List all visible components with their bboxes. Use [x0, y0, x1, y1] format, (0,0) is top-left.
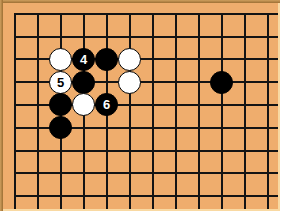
black-stone[interactable]	[49, 116, 72, 139]
grid-line-vertical	[37, 13, 39, 211]
white-stone[interactable]	[118, 71, 141, 94]
white-stone[interactable]	[49, 48, 72, 71]
move-number-label: 6	[103, 98, 110, 111]
board-frame-top	[0, 0, 280, 3]
grid-line-horizontal	[14, 13, 281, 15]
board-frame-right	[278, 0, 280, 211]
go-board[interactable]: 456	[0, 0, 280, 211]
grid-line-vertical	[129, 13, 131, 211]
grid-line-vertical	[244, 13, 246, 211]
grid-line-vertical	[152, 13, 154, 211]
grid-line-horizontal	[14, 172, 281, 174]
black-stone[interactable]	[49, 93, 72, 116]
white-stone[interactable]	[72, 93, 95, 116]
black-stone-move-4[interactable]: 4	[72, 48, 95, 71]
grid-line-horizontal	[14, 36, 281, 38]
grid-line-vertical	[14, 13, 16, 211]
go-diagram: 456	[0, 0, 280, 211]
move-number-label: 4	[80, 52, 87, 65]
black-stone[interactable]	[210, 71, 233, 94]
black-stone[interactable]	[95, 48, 118, 71]
grid-line-vertical	[221, 13, 223, 211]
move-number-label: 5	[57, 75, 64, 88]
grid-line-vertical	[267, 13, 269, 211]
black-stone-move-6[interactable]: 6	[95, 93, 118, 116]
grid-line-vertical	[198, 13, 200, 211]
black-stone[interactable]	[72, 71, 95, 94]
white-stone-move-5[interactable]: 5	[49, 71, 72, 94]
board-frame-left	[0, 0, 3, 211]
grid-line-horizontal	[14, 150, 281, 152]
board-frame-bottom	[0, 209, 280, 211]
grid-line-horizontal	[14, 195, 281, 197]
white-stone[interactable]	[118, 48, 141, 71]
grid-line-vertical	[175, 13, 177, 211]
